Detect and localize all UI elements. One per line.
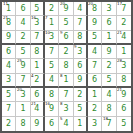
cell-digit: 9 [63, 5, 68, 13]
cage-sum: 21 [117, 31, 122, 35]
cell-digit: 4 [63, 120, 68, 128]
cage-sum: 18 [103, 117, 108, 121]
cell-digit: 4 [6, 62, 11, 70]
cell-digit: 9 [121, 91, 126, 99]
cell-digit: 6 [106, 19, 111, 27]
cell-r2c5[interactable]: 5 [59, 16, 73, 30]
cage-sum: 21 [117, 88, 122, 92]
cell-digit: 6 [77, 62, 82, 70]
cell-digit: 6 [92, 76, 97, 84]
cage-sum: 11 [3, 2, 8, 6]
cell-r3c4[interactable]: 103 [45, 31, 59, 45]
cell-r7c5[interactable]: 7 [59, 88, 73, 102]
cell-digit: 5 [6, 91, 11, 99]
cell-digit: 8 [63, 62, 68, 70]
cell-r1c6[interactable]: 4 [74, 2, 88, 16]
cell-digit: 8 [106, 105, 111, 113]
cell-digit: 6 [121, 105, 126, 113]
cell-digit: 1 [92, 91, 97, 99]
cell-digit: 4 [49, 76, 54, 84]
cage-sum: 20 [60, 2, 65, 6]
cell-r8c8[interactable]: 8 [102, 102, 116, 116]
cell-r3c5[interactable]: 96 [59, 31, 73, 45]
cell-r2c2[interactable]: 4 [16, 16, 30, 30]
cage-sum: 25 [17, 59, 22, 63]
cell-r5c1[interactable]: 4 [2, 59, 16, 73]
cell-r7c1[interactable]: 5 [2, 88, 16, 102]
cell-digit: 9 [49, 105, 54, 113]
cell-r9c7[interactable]: 3 [88, 117, 102, 131]
cell-r7c8[interactable]: 4 [102, 88, 116, 102]
cell-r8c4[interactable]: 169 [45, 102, 59, 116]
cell-digit: 3 [20, 91, 25, 99]
cage-sum: 10 [45, 31, 50, 35]
cage-sum: 28 [117, 59, 122, 63]
cell-digit: 7 [63, 91, 68, 99]
cell-digit: 5 [49, 62, 54, 70]
cell-r1c8[interactable]: 3 [102, 2, 116, 16]
cell-r9c3[interactable]: 9 [31, 117, 45, 131]
cell-r5c5[interactable]: 8 [59, 59, 73, 73]
cage-sum: 16 [45, 102, 50, 106]
cage-sum: 4 [31, 74, 34, 78]
cell-r3c7[interactable]: 5 [88, 31, 102, 45]
cell-r4c5[interactable]: 2 [59, 45, 73, 59]
cell-r6c7[interactable]: 6 [88, 74, 102, 88]
cell-digit: 4 [20, 19, 25, 27]
cell-digit: 8 [77, 33, 82, 41]
cell-digit: 8 [20, 120, 25, 128]
cell-digit: 2 [77, 91, 82, 99]
cage-sum: 17 [117, 2, 122, 6]
cell-digit: 6 [49, 120, 54, 128]
cell-r6c8[interactable]: 5 [102, 74, 116, 88]
cell-r1c7[interactable]: 208 [88, 2, 102, 16]
cell-r1c2[interactable]: 6 [16, 2, 30, 16]
cell-digit: 7 [6, 105, 11, 113]
cell-digit: 2 [49, 5, 54, 13]
cell-r3c3[interactable]: 7 [31, 31, 45, 45]
cell-r2c3[interactable]: 163 [31, 16, 45, 30]
cell-r6c6[interactable]: 9 [74, 74, 88, 88]
cell-digit: 2 [92, 105, 97, 113]
cell-r8c6[interactable]: 5 [74, 102, 88, 116]
sudoku-board: 1116522094208317721841637157962927103968… [0, 0, 133, 133]
cell-r4c8[interactable]: 9 [102, 45, 116, 59]
cell-digit: 6 [6, 48, 11, 56]
cage-sum: 9 [74, 45, 77, 49]
cell-digit: 3 [77, 48, 82, 56]
cell-r1c9[interactable]: 177 [117, 2, 131, 16]
cell-digit: 7 [121, 5, 126, 13]
cell-r4c4[interactable]: 7 [45, 45, 59, 59]
cell-digit: 3 [106, 5, 111, 13]
cell-digit: 8 [6, 19, 11, 27]
cell-r8c9[interactable]: 6 [117, 102, 131, 116]
cell-r1c4[interactable]: 2 [45, 2, 59, 16]
cell-digit: 9 [77, 76, 82, 84]
cell-r5c4[interactable]: 5 [45, 59, 59, 73]
cell-digit: 6 [20, 5, 25, 13]
cell-r7c3[interactable]: 6 [31, 88, 45, 102]
cell-digit: 2 [34, 76, 39, 84]
cell-digit: 8 [34, 48, 39, 56]
cage-sum: 9 [60, 31, 63, 35]
cell-r3c9[interactable]: 214 [117, 31, 131, 45]
cell-digit: 1 [106, 33, 111, 41]
cell-digit: 9 [106, 48, 111, 56]
cell-r4c6[interactable]: 93 [74, 45, 88, 59]
cell-r8c1[interactable]: 7 [2, 102, 16, 116]
cell-digit: 5 [34, 5, 39, 13]
cell-digit: 9 [6, 33, 11, 41]
cell-r8c2[interactable]: 1 [16, 102, 30, 116]
cell-r7c4[interactable]: 8 [45, 88, 59, 102]
cell-digit: 5 [106, 76, 111, 84]
cell-r7c2[interactable]: 203 [16, 88, 30, 102]
cell-digit: 2 [106, 62, 111, 70]
cell-digit: 7 [34, 33, 39, 41]
cell-digit: 2 [121, 19, 126, 27]
cell-r5c9[interactable]: 283 [117, 59, 131, 73]
cell-digit: 4 [92, 48, 97, 56]
cage-sum: 20 [17, 88, 22, 92]
cell-digit: 9 [92, 19, 97, 27]
cell-r3c1[interactable]: 9 [2, 31, 16, 45]
cell-r4c7[interactable]: 4 [88, 45, 102, 59]
cell-r3c6[interactable]: 8 [74, 31, 88, 45]
cell-r1c3[interactable]: 5 [31, 2, 45, 16]
cell-digit: 8 [92, 5, 97, 13]
cell-digit: 7 [92, 62, 97, 70]
cell-r8c5[interactable]: 83 [59, 102, 73, 116]
cell-r6c1[interactable]: 3 [2, 74, 16, 88]
cage-sum: 21 [31, 102, 36, 106]
cell-r7c9[interactable]: 219 [117, 88, 131, 102]
cell-r7c7[interactable]: 1 [88, 88, 102, 102]
cell-r5c2[interactable]: 259 [16, 59, 30, 73]
cell-digit: 7 [106, 120, 111, 128]
cell-digit: 2 [6, 120, 11, 128]
cell-r2c7[interactable]: 9 [88, 16, 102, 30]
cell-r9c9[interactable]: 5 [117, 117, 131, 131]
cell-r5c6[interactable]: 6 [74, 59, 88, 73]
cell-r5c3[interactable]: 1 [31, 59, 45, 73]
cell-digit: 1 [49, 19, 54, 27]
cell-r2c6[interactable]: 7 [74, 16, 88, 30]
cell-r6c4[interactable]: 4 [45, 74, 59, 88]
cell-r6c2[interactable]: 7 [16, 74, 30, 88]
cell-r5c8[interactable]: 2 [102, 59, 116, 73]
cage-sum: 8 [60, 74, 63, 78]
cell-r6c5[interactable]: 81 [59, 74, 73, 88]
cell-r4c9[interactable]: 1 [117, 45, 131, 59]
cage-sum: 5 [60, 117, 63, 121]
cell-digit: 5 [92, 33, 97, 41]
cell-r2c8[interactable]: 6 [102, 16, 116, 30]
cell-digit: 3 [121, 62, 126, 70]
cell-r8c3[interactable]: 214 [31, 102, 45, 116]
cell-r4c1[interactable]: 6 [2, 45, 16, 59]
cell-r9c6[interactable]: 1 [74, 117, 88, 131]
cell-digit: 9 [20, 62, 25, 70]
cell-r9c5[interactable]: 54 [59, 117, 73, 131]
cage-sum: 16 [31, 16, 36, 20]
cage-sum: 21 [3, 16, 8, 20]
cell-digit: 1 [34, 62, 39, 70]
cage-sum: 7 [45, 16, 48, 20]
cell-r4c3[interactable]: 8 [31, 45, 45, 59]
cell-r5c7[interactable]: 7 [88, 59, 102, 73]
cell-r9c2[interactable]: 8 [16, 117, 30, 131]
cell-r2c9[interactable]: 2 [117, 16, 131, 30]
cell-r6c9[interactable]: 8 [117, 74, 131, 88]
cell-r1c5[interactable]: 209 [59, 2, 73, 16]
cell-r8c7[interactable]: 2 [88, 102, 102, 116]
cell-digit: 1 [121, 48, 126, 56]
cell-r9c1[interactable]: 2 [2, 117, 16, 131]
cell-digit: 5 [63, 19, 68, 27]
cell-r2c4[interactable]: 71 [45, 16, 59, 30]
cell-digit: 7 [49, 48, 54, 56]
cell-digit: 4 [34, 105, 39, 113]
cell-digit: 8 [121, 76, 126, 84]
cell-digit: 5 [77, 105, 82, 113]
cell-r6c3[interactable]: 42 [31, 74, 45, 88]
cell-r3c8[interactable]: 1 [102, 31, 116, 45]
cell-digit: 5 [121, 120, 126, 128]
cell-digit: 1 [20, 105, 25, 113]
cell-digit: 7 [77, 19, 82, 27]
cell-digit: 4 [77, 5, 82, 13]
cell-digit: 5 [20, 48, 25, 56]
cage-sum: 8 [60, 102, 63, 106]
cell-digit: 3 [63, 105, 68, 113]
cell-digit: 3 [92, 120, 97, 128]
cell-digit: 1 [77, 120, 82, 128]
cell-digit: 1 [63, 76, 68, 84]
cell-digit: 2 [63, 48, 68, 56]
cell-r1c1[interactable]: 111 [2, 2, 16, 16]
cell-digit: 4 [106, 91, 111, 99]
cell-digit: 6 [34, 91, 39, 99]
cell-digit: 8 [49, 91, 54, 99]
cell-r7c6[interactable]: 2 [74, 88, 88, 102]
cell-digit: 1 [6, 5, 11, 13]
cell-r3c2[interactable]: 2 [16, 31, 30, 45]
cell-r2c1[interactable]: 218 [2, 16, 16, 30]
cage-sum: 20 [88, 2, 93, 6]
cell-r4c2[interactable]: 5 [16, 45, 30, 59]
cell-digit: 3 [6, 76, 11, 84]
cell-digit: 9 [34, 120, 39, 128]
cell-r9c4[interactable]: 6 [45, 117, 59, 131]
cell-digit: 2 [20, 33, 25, 41]
cell-digit: 3 [34, 19, 39, 27]
cell-r9c8[interactable]: 187 [102, 117, 116, 131]
cell-digit: 6 [63, 33, 68, 41]
cell-digit: 7 [20, 76, 25, 84]
